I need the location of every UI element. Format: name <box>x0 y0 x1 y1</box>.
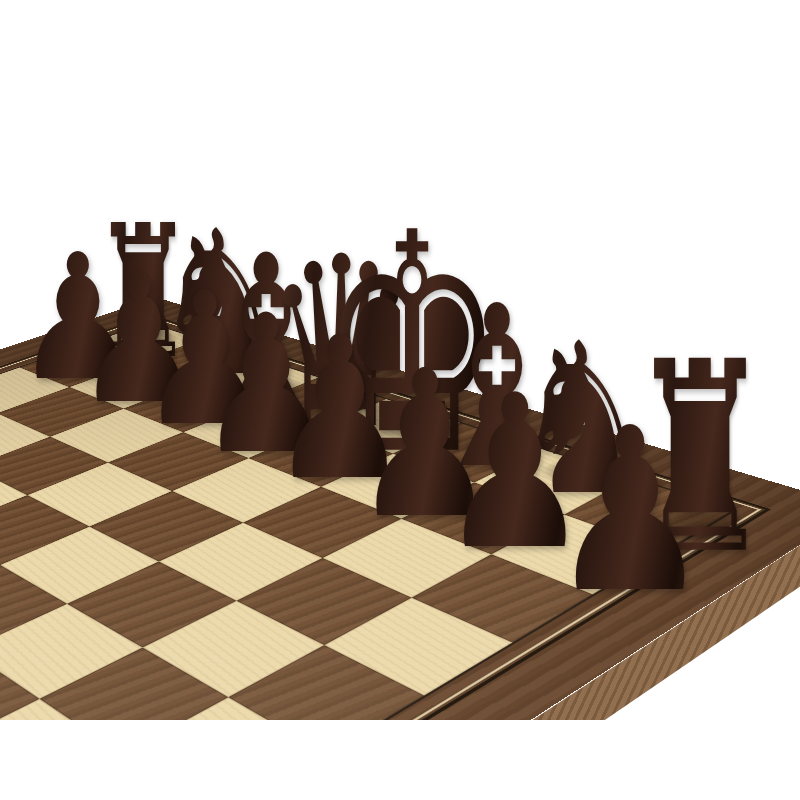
chess-set-photo: ♜♞♟♟♝♛♟♚♟♝♟♞♟♜♟♟ <box>0 0 800 800</box>
photo-bottom-white-margin <box>0 720 800 800</box>
